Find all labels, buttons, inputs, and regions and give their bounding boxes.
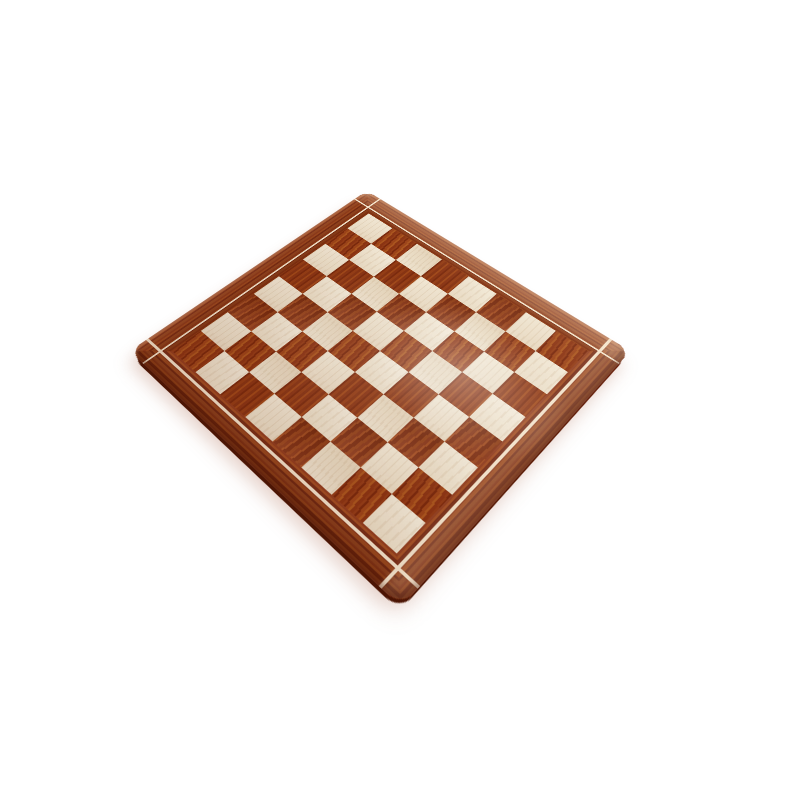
background (0, 0, 800, 800)
playing-field (172, 213, 588, 553)
product-photo-scene (203, 174, 557, 528)
chessboard (130, 191, 631, 608)
